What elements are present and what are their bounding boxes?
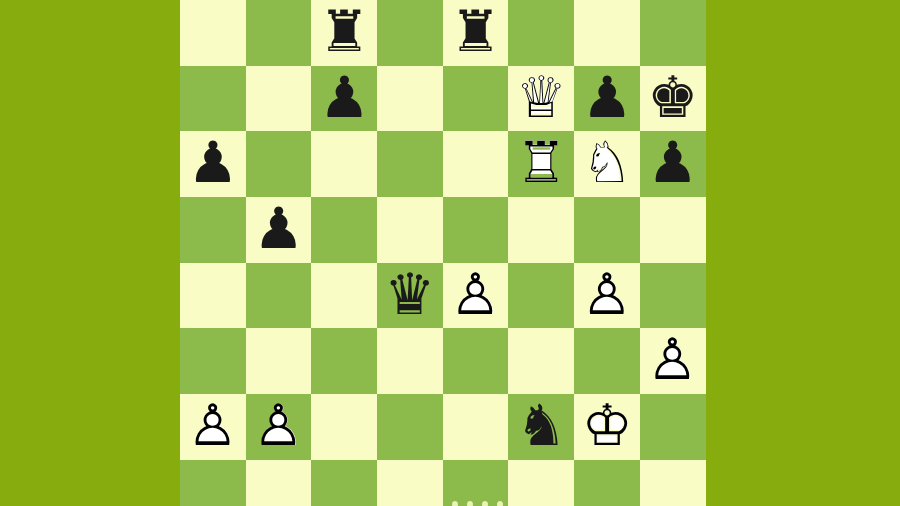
black-king-glyph: ♚ (647, 68, 698, 125)
white-pawn-outline: ♙ (253, 397, 304, 454)
black-pawn-glyph: ♟ (187, 134, 238, 191)
square-e6[interactable] (443, 131, 509, 197)
square-e4[interactable]: ♟♙ (443, 263, 509, 329)
black-pawn-glyph: ♟ (253, 200, 304, 257)
black-rook-glyph: ♜ (319, 3, 370, 60)
white-rook[interactable]: ♜♖ (508, 131, 574, 197)
square-e7[interactable] (443, 66, 509, 132)
square-e8[interactable]: ♜ (443, 0, 509, 66)
square-c1[interactable] (311, 460, 377, 506)
square-a1[interactable] (180, 460, 246, 506)
square-g2[interactable]: ♚♔ (574, 394, 640, 460)
square-g7[interactable]: ♟ (574, 66, 640, 132)
square-d5[interactable] (377, 197, 443, 263)
black-pawn-glyph: ♟ (581, 68, 632, 125)
square-f5[interactable] (508, 197, 574, 263)
square-g3[interactable] (574, 328, 640, 394)
square-f4[interactable] (508, 263, 574, 329)
black-pawn[interactable]: ♟ (311, 66, 377, 132)
square-c2[interactable] (311, 394, 377, 460)
square-e5[interactable] (443, 197, 509, 263)
square-f1[interactable] (508, 460, 574, 506)
white-pawn[interactable]: ♟♙ (640, 328, 706, 394)
square-d1[interactable] (377, 460, 443, 506)
square-h5[interactable] (640, 197, 706, 263)
black-rook-glyph: ♜ (450, 3, 501, 60)
square-h1[interactable] (640, 460, 706, 506)
black-pawn-glyph: ♟ (647, 134, 698, 191)
white-king-outline: ♔ (581, 397, 632, 454)
black-knight[interactable]: ♞ (508, 394, 574, 460)
square-g8[interactable] (574, 0, 640, 66)
square-d3[interactable] (377, 328, 443, 394)
black-pawn[interactable]: ♟ (640, 131, 706, 197)
square-a5[interactable] (180, 197, 246, 263)
black-queen[interactable]: ♛ (377, 263, 443, 329)
white-queen[interactable]: ♛♕ (508, 66, 574, 132)
chess-board: ♜♜♟♛♕♟♚♟♜♖♞♘♟♟♛♟♙♟♙♟♙♟♙♟♙♞♚♔ (180, 0, 706, 506)
square-a7[interactable] (180, 66, 246, 132)
square-b8[interactable] (246, 0, 312, 66)
square-g6[interactable]: ♞♘ (574, 131, 640, 197)
black-pawn[interactable]: ♟ (574, 66, 640, 132)
black-pawn[interactable]: ♟ (246, 197, 312, 263)
white-pawn-outline: ♙ (581, 265, 632, 322)
square-b4[interactable] (246, 263, 312, 329)
square-b5[interactable]: ♟ (246, 197, 312, 263)
square-h8[interactable] (640, 0, 706, 66)
black-rook[interactable]: ♜ (311, 0, 377, 66)
cropped-text-dots (452, 501, 503, 506)
square-f2[interactable]: ♞ (508, 394, 574, 460)
white-rook-outline: ♖ (516, 134, 567, 191)
square-b6[interactable] (246, 131, 312, 197)
white-pawn[interactable]: ♟♙ (180, 394, 246, 460)
white-pawn[interactable]: ♟♙ (246, 394, 312, 460)
square-d8[interactable] (377, 0, 443, 66)
square-h3[interactable]: ♟♙ (640, 328, 706, 394)
black-queen-glyph: ♛ (384, 265, 435, 322)
white-queen-outline: ♕ (516, 68, 567, 125)
square-d7[interactable] (377, 66, 443, 132)
square-c6[interactable] (311, 131, 377, 197)
white-pawn[interactable]: ♟♙ (574, 263, 640, 329)
square-a2[interactable]: ♟♙ (180, 394, 246, 460)
black-pawn-glyph: ♟ (319, 68, 370, 125)
white-king[interactable]: ♚♔ (574, 394, 640, 460)
square-b2[interactable]: ♟♙ (246, 394, 312, 460)
white-knight-outline: ♘ (581, 134, 632, 191)
square-d2[interactable] (377, 394, 443, 460)
white-knight[interactable]: ♞♘ (574, 131, 640, 197)
square-a4[interactable] (180, 263, 246, 329)
white-pawn-outline: ♙ (187, 397, 238, 454)
square-c4[interactable] (311, 263, 377, 329)
square-d4[interactable]: ♛ (377, 263, 443, 329)
square-f7[interactable]: ♛♕ (508, 66, 574, 132)
page-background: ♜♜♟♛♕♟♚♟♜♖♞♘♟♟♛♟♙♟♙♟♙♟♙♟♙♞♚♔ (0, 0, 900, 506)
square-e1[interactable] (443, 460, 509, 506)
square-h7[interactable]: ♚ (640, 66, 706, 132)
black-king[interactable]: ♚ (640, 66, 706, 132)
white-pawn[interactable]: ♟♙ (443, 263, 509, 329)
square-b3[interactable] (246, 328, 312, 394)
square-g4[interactable]: ♟♙ (574, 263, 640, 329)
square-c8[interactable]: ♜ (311, 0, 377, 66)
square-f3[interactable] (508, 328, 574, 394)
square-c3[interactable] (311, 328, 377, 394)
black-rook[interactable]: ♜ (443, 0, 509, 66)
white-pawn-outline: ♙ (450, 265, 501, 322)
square-b7[interactable] (246, 66, 312, 132)
square-a8[interactable] (180, 0, 246, 66)
square-c5[interactable] (311, 197, 377, 263)
square-h2[interactable] (640, 394, 706, 460)
square-a3[interactable] (180, 328, 246, 394)
black-knight-glyph: ♞ (516, 397, 567, 454)
square-f6[interactable]: ♜♖ (508, 131, 574, 197)
square-g5[interactable] (574, 197, 640, 263)
square-g1[interactable] (574, 460, 640, 506)
white-pawn-outline: ♙ (647, 331, 698, 388)
square-h4[interactable] (640, 263, 706, 329)
square-a6[interactable]: ♟ (180, 131, 246, 197)
square-h6[interactable]: ♟ (640, 131, 706, 197)
black-pawn[interactable]: ♟ (180, 131, 246, 197)
square-e2[interactable] (443, 394, 509, 460)
square-c7[interactable]: ♟ (311, 66, 377, 132)
square-f8[interactable] (508, 0, 574, 66)
square-e3[interactable] (443, 328, 509, 394)
square-d6[interactable] (377, 131, 443, 197)
square-b1[interactable] (246, 460, 312, 506)
